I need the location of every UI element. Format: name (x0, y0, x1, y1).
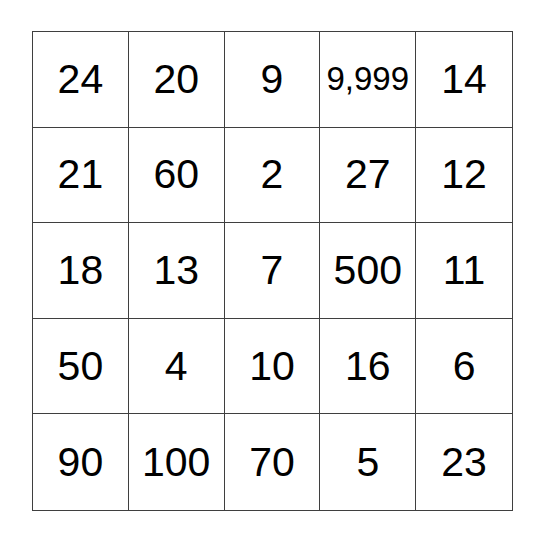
cell-r3c3[interactable]: 7 (225, 223, 321, 319)
cell-r1c2[interactable]: 20 (129, 32, 225, 128)
cell-r3c5[interactable]: 11 (416, 223, 512, 319)
cell-r4c2[interactable]: 4 (129, 319, 225, 415)
bingo-board: 24 20 9 9,999 14 21 60 2 27 12 18 13 7 5… (32, 31, 513, 511)
cell-r1c1[interactable]: 24 (33, 32, 129, 128)
cell-r4c3[interactable]: 10 (225, 319, 321, 415)
cell-r2c5[interactable]: 12 (416, 128, 512, 224)
cell-r5c3[interactable]: 70 (225, 414, 321, 510)
cell-r3c4[interactable]: 500 (320, 223, 416, 319)
cell-r4c1[interactable]: 50 (33, 319, 129, 415)
bingo-card-page: 24 20 9 9,999 14 21 60 2 27 12 18 13 7 5… (0, 0, 544, 544)
cell-r5c5[interactable]: 23 (416, 414, 512, 510)
cell-r4c4[interactable]: 16 (320, 319, 416, 415)
cell-r1c4[interactable]: 9,999 (320, 32, 416, 128)
cell-r2c2[interactable]: 60 (129, 128, 225, 224)
cell-r5c2[interactable]: 100 (129, 414, 225, 510)
cell-r3c2[interactable]: 13 (129, 223, 225, 319)
cell-r5c4[interactable]: 5 (320, 414, 416, 510)
cell-r2c1[interactable]: 21 (33, 128, 129, 224)
cell-r3c1[interactable]: 18 (33, 223, 129, 319)
cell-r2c3[interactable]: 2 (225, 128, 321, 224)
cell-r1c3[interactable]: 9 (225, 32, 321, 128)
cell-r2c4[interactable]: 27 (320, 128, 416, 224)
cell-r4c5[interactable]: 6 (416, 319, 512, 415)
cell-r5c1[interactable]: 90 (33, 414, 129, 510)
cell-r1c5[interactable]: 14 (416, 32, 512, 128)
